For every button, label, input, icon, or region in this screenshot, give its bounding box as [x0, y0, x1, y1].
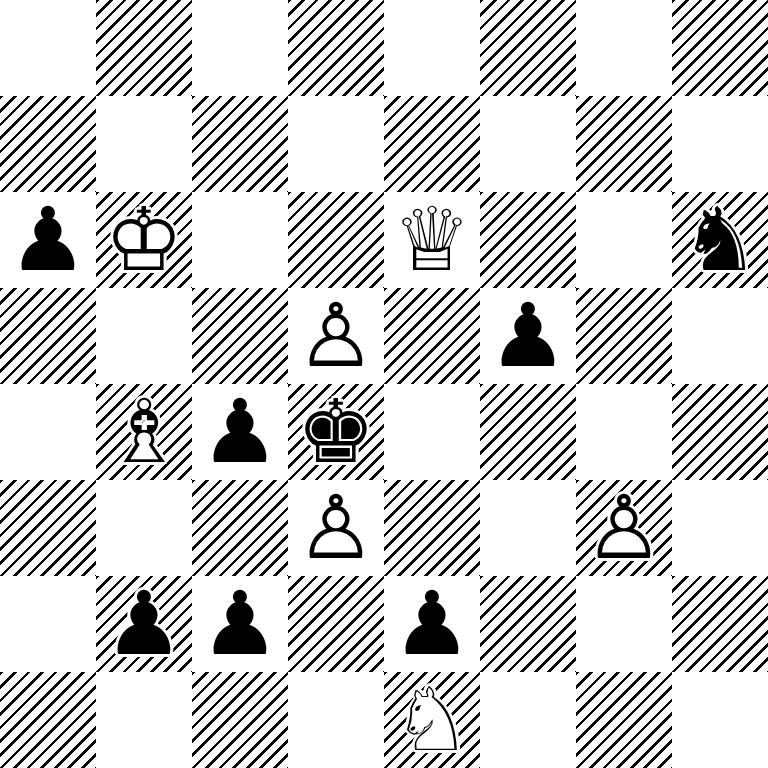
square-d5[interactable]: ♟♙	[288, 288, 384, 384]
square-h1[interactable]	[672, 672, 768, 768]
square-h7[interactable]	[672, 96, 768, 192]
piece-white-king[interactable]: ♚♔	[96, 192, 192, 288]
square-f4[interactable]	[480, 384, 576, 480]
square-e6[interactable]: ♛♕	[384, 192, 480, 288]
white-king-icon: ♔	[96, 192, 192, 288]
square-d2[interactable]	[288, 576, 384, 672]
square-b8[interactable]	[96, 0, 192, 96]
square-g1[interactable]	[576, 672, 672, 768]
square-a1[interactable]	[0, 672, 96, 768]
piece-white-pawn[interactable]: ♟♙	[288, 288, 384, 384]
piece-black-pawn[interactable]: ♟♟	[192, 384, 288, 480]
square-e2[interactable]: ♟♟	[384, 576, 480, 672]
black-pawn-icon: ♟	[384, 576, 480, 672]
square-g5[interactable]	[576, 288, 672, 384]
piece-black-knight[interactable]: ♞♞	[672, 192, 768, 288]
square-b3[interactable]	[96, 480, 192, 576]
square-c2[interactable]: ♟♟	[192, 576, 288, 672]
square-b2[interactable]: ♟♟	[96, 576, 192, 672]
square-c7[interactable]	[192, 96, 288, 192]
square-d1[interactable]	[288, 672, 384, 768]
square-b7[interactable]	[96, 96, 192, 192]
square-c6[interactable]	[192, 192, 288, 288]
square-c4[interactable]: ♟♟	[192, 384, 288, 480]
white-pawn-icon: ♙	[288, 288, 384, 384]
white-bishop-icon: ♗	[96, 384, 192, 480]
black-pawn-icon: ♟	[192, 384, 288, 480]
square-h5[interactable]	[672, 288, 768, 384]
square-a6[interactable]: ♟♟	[0, 192, 96, 288]
piece-black-king[interactable]: ♚♚	[288, 384, 384, 480]
square-g8[interactable]	[576, 0, 672, 96]
square-e1[interactable]: ♞♘	[384, 672, 480, 768]
piece-white-pawn[interactable]: ♟♙	[288, 480, 384, 576]
square-g3[interactable]: ♟♙	[576, 480, 672, 576]
square-d7[interactable]	[288, 96, 384, 192]
square-f3[interactable]	[480, 480, 576, 576]
square-d8[interactable]	[288, 0, 384, 96]
black-pawn-icon: ♟	[192, 576, 288, 672]
square-b4[interactable]: ♝♗	[96, 384, 192, 480]
white-knight-icon: ♘	[384, 672, 480, 768]
black-pawn-icon: ♟	[96, 576, 192, 672]
square-a7[interactable]	[0, 96, 96, 192]
black-king-icon: ♚	[288, 384, 384, 480]
square-a4[interactable]	[0, 384, 96, 480]
square-d3[interactable]: ♟♙	[288, 480, 384, 576]
square-h4[interactable]	[672, 384, 768, 480]
square-f7[interactable]	[480, 96, 576, 192]
square-a5[interactable]	[0, 288, 96, 384]
chess-board: ♟♟♚♔♛♕♞♞♟♙♟♟♝♗♟♟♚♚♟♙♟♙♟♟♟♟♟♟♞♘	[0, 0, 768, 768]
black-pawn-icon: ♟	[0, 192, 96, 288]
square-e7[interactable]	[384, 96, 480, 192]
piece-white-knight[interactable]: ♞♘	[384, 672, 480, 768]
square-c5[interactable]	[192, 288, 288, 384]
square-b1[interactable]	[96, 672, 192, 768]
square-h2[interactable]	[672, 576, 768, 672]
square-h6[interactable]: ♞♞	[672, 192, 768, 288]
piece-black-pawn[interactable]: ♟♟	[480, 288, 576, 384]
square-d4[interactable]: ♚♚	[288, 384, 384, 480]
square-c8[interactable]	[192, 0, 288, 96]
piece-white-pawn[interactable]: ♟♙	[576, 480, 672, 576]
square-a8[interactable]	[0, 0, 96, 96]
square-a3[interactable]	[0, 480, 96, 576]
piece-black-pawn[interactable]: ♟♟	[384, 576, 480, 672]
piece-black-pawn[interactable]: ♟♟	[192, 576, 288, 672]
square-e8[interactable]	[384, 0, 480, 96]
black-pawn-icon: ♟	[480, 288, 576, 384]
piece-black-pawn[interactable]: ♟♟	[96, 576, 192, 672]
square-b6[interactable]: ♚♔	[96, 192, 192, 288]
square-d6[interactable]	[288, 192, 384, 288]
square-h8[interactable]	[672, 0, 768, 96]
square-f5[interactable]: ♟♟	[480, 288, 576, 384]
square-e4[interactable]	[384, 384, 480, 480]
square-c3[interactable]	[192, 480, 288, 576]
square-g6[interactable]	[576, 192, 672, 288]
square-f8[interactable]	[480, 0, 576, 96]
square-f2[interactable]	[480, 576, 576, 672]
piece-black-pawn[interactable]: ♟♟	[0, 192, 96, 288]
square-f1[interactable]	[480, 672, 576, 768]
square-c1[interactable]	[192, 672, 288, 768]
white-queen-icon: ♕	[384, 192, 480, 288]
square-e5[interactable]	[384, 288, 480, 384]
square-f6[interactable]	[480, 192, 576, 288]
piece-white-queen[interactable]: ♛♕	[384, 192, 480, 288]
square-g4[interactable]	[576, 384, 672, 480]
black-knight-icon: ♞	[672, 192, 768, 288]
white-pawn-icon: ♙	[288, 480, 384, 576]
square-e3[interactable]	[384, 480, 480, 576]
square-b5[interactable]	[96, 288, 192, 384]
square-g7[interactable]	[576, 96, 672, 192]
square-g2[interactable]	[576, 576, 672, 672]
white-pawn-icon: ♙	[576, 480, 672, 576]
square-a2[interactable]	[0, 576, 96, 672]
piece-white-bishop[interactable]: ♝♗	[96, 384, 192, 480]
square-h3[interactable]	[672, 480, 768, 576]
